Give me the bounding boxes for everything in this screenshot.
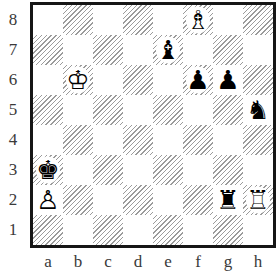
square-e5[interactable] — [153, 95, 183, 125]
square-a3[interactable]: ♚ — [33, 155, 63, 185]
white-bishop-glyph: ♗ — [186, 5, 209, 35]
square-a1[interactable] — [33, 215, 63, 245]
piece-black-rook: ♜ — [213, 185, 243, 215]
square-e6[interactable] — [153, 65, 183, 95]
square-a6[interactable] — [33, 65, 63, 95]
file-label-e: e — [153, 250, 183, 274]
square-g5[interactable] — [213, 95, 243, 125]
file-label-f: f — [183, 250, 213, 274]
white-king-glyph: ♔ — [66, 65, 89, 95]
square-d4[interactable] — [123, 125, 153, 155]
piece-black-king: ♚ — [33, 155, 63, 185]
file-label-g: g — [213, 250, 243, 274]
chess-diagram: 87654321 ♗♝♔♟♟♞♚♙♜♖ abcdefgh — [0, 0, 279, 279]
square-b8[interactable] — [63, 5, 93, 35]
piece-white-rook: ♖ — [243, 185, 273, 215]
square-c7[interactable] — [93, 35, 123, 65]
square-d3[interactable] — [123, 155, 153, 185]
square-a8[interactable] — [33, 5, 63, 35]
square-b2[interactable] — [63, 185, 93, 215]
rank-label-7: 7 — [0, 35, 26, 65]
square-e1[interactable] — [153, 215, 183, 245]
black-pawn-glyph: ♟ — [216, 65, 239, 95]
file-labels: abcdefgh — [33, 250, 273, 274]
white-pawn-glyph: ♙ — [36, 185, 59, 215]
square-g4[interactable] — [213, 125, 243, 155]
square-b6[interactable]: ♔ — [63, 65, 93, 95]
square-d2[interactable] — [123, 185, 153, 215]
square-c1[interactable] — [93, 215, 123, 245]
square-e7[interactable]: ♝ — [153, 35, 183, 65]
square-h5[interactable]: ♞ — [243, 95, 273, 125]
square-c3[interactable] — [93, 155, 123, 185]
square-e2[interactable] — [153, 185, 183, 215]
square-f4[interactable] — [183, 125, 213, 155]
piece-white-bishop: ♗ — [183, 5, 213, 35]
square-a2[interactable]: ♙ — [33, 185, 63, 215]
square-f1[interactable] — [183, 215, 213, 245]
black-king-glyph: ♚ — [36, 155, 59, 185]
black-bishop-glyph: ♝ — [156, 35, 179, 65]
file-label-c: c — [93, 250, 123, 274]
black-knight-glyph: ♞ — [246, 95, 269, 125]
square-g7[interactable] — [213, 35, 243, 65]
square-a7[interactable] — [33, 35, 63, 65]
rank-label-6: 6 — [0, 65, 26, 95]
file-label-h: h — [243, 250, 273, 274]
square-e3[interactable] — [153, 155, 183, 185]
square-b1[interactable] — [63, 215, 93, 245]
square-f7[interactable] — [183, 35, 213, 65]
square-h7[interactable] — [243, 35, 273, 65]
file-label-a: a — [33, 250, 63, 274]
square-d5[interactable] — [123, 95, 153, 125]
square-d6[interactable] — [123, 65, 153, 95]
file-label-b: b — [63, 250, 93, 274]
square-b4[interactable] — [63, 125, 93, 155]
square-c8[interactable] — [93, 5, 123, 35]
square-c4[interactable] — [93, 125, 123, 155]
piece-black-pawn: ♟ — [183, 65, 213, 95]
square-d8[interactable] — [123, 5, 153, 35]
black-pawn-glyph: ♟ — [186, 65, 209, 95]
black-rook-glyph: ♜ — [216, 185, 239, 215]
piece-white-pawn: ♙ — [33, 185, 63, 215]
square-g3[interactable] — [213, 155, 243, 185]
square-b5[interactable] — [63, 95, 93, 125]
square-f3[interactable] — [183, 155, 213, 185]
rank-label-2: 2 — [0, 185, 26, 215]
rank-label-4: 4 — [0, 125, 26, 155]
white-rook-glyph: ♖ — [246, 185, 269, 215]
square-g8[interactable] — [213, 5, 243, 35]
piece-black-bishop: ♝ — [153, 35, 183, 65]
square-a4[interactable] — [33, 125, 63, 155]
piece-black-pawn: ♟ — [213, 65, 243, 95]
square-h4[interactable] — [243, 125, 273, 155]
square-e8[interactable] — [153, 5, 183, 35]
square-h8[interactable] — [243, 5, 273, 35]
square-h1[interactable] — [243, 215, 273, 245]
square-f8[interactable]: ♗ — [183, 5, 213, 35]
square-c2[interactable] — [93, 185, 123, 215]
square-c6[interactable] — [93, 65, 123, 95]
square-h3[interactable] — [243, 155, 273, 185]
square-g6[interactable]: ♟ — [213, 65, 243, 95]
square-h2[interactable]: ♖ — [243, 185, 273, 215]
rank-label-3: 3 — [0, 155, 26, 185]
piece-black-knight: ♞ — [243, 95, 273, 125]
square-g1[interactable] — [213, 215, 243, 245]
square-c5[interactable] — [93, 95, 123, 125]
rank-label-5: 5 — [0, 95, 26, 125]
piece-white-king: ♔ — [63, 65, 93, 95]
square-a5[interactable] — [33, 95, 63, 125]
square-f2[interactable] — [183, 185, 213, 215]
rank-label-8: 8 — [0, 5, 26, 35]
square-f6[interactable]: ♟ — [183, 65, 213, 95]
square-h6[interactable] — [243, 65, 273, 95]
chess-board: ♗♝♔♟♟♞♚♙♜♖ — [30, 2, 276, 248]
square-e4[interactable] — [153, 125, 183, 155]
square-f5[interactable] — [183, 95, 213, 125]
square-b7[interactable] — [63, 35, 93, 65]
rank-labels: 87654321 — [0, 5, 26, 245]
square-g2[interactable]: ♜ — [213, 185, 243, 215]
rank-label-1: 1 — [0, 215, 26, 245]
square-b3[interactable] — [63, 155, 93, 185]
file-label-d: d — [123, 250, 153, 274]
square-d7[interactable] — [123, 35, 153, 65]
square-d1[interactable] — [123, 215, 153, 245]
